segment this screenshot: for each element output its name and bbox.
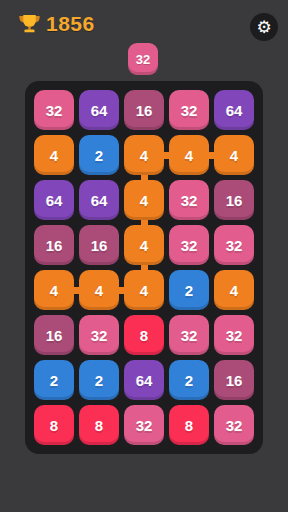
tile-r4c2[interactable]: 16 [79, 225, 119, 265]
tile-r4c5[interactable]: 32 [214, 225, 254, 265]
game-board[interactable]: 3264163264424446464432161616432324442416… [25, 81, 263, 454]
tile-r1c2[interactable]: 64 [79, 90, 119, 130]
tile-r6c2[interactable]: 32 [79, 315, 119, 355]
tile-r8c4[interactable]: 8 [169, 405, 209, 445]
tile-r2c4[interactable]: 4 [169, 135, 209, 175]
tile-r5c3[interactable]: 4 [124, 270, 164, 310]
next-tile-preview: 32 [128, 43, 158, 75]
tile-r5c5[interactable]: 4 [214, 270, 254, 310]
tile-r2c2[interactable]: 2 [79, 135, 119, 175]
tile-r2c3[interactable]: 4 [124, 135, 164, 175]
score-value: 1856 [46, 12, 95, 36]
tile-r3c2[interactable]: 64 [79, 180, 119, 220]
tile-r4c3[interactable]: 4 [124, 225, 164, 265]
tile-r7c3[interactable]: 64 [124, 360, 164, 400]
tile-r3c5[interactable]: 16 [214, 180, 254, 220]
tile-r7c4[interactable]: 2 [169, 360, 209, 400]
tile-r6c1[interactable]: 16 [34, 315, 74, 355]
tile-r3c4[interactable]: 32 [169, 180, 209, 220]
tile-r1c4[interactable]: 32 [169, 90, 209, 130]
tile-r3c3[interactable]: 4 [124, 180, 164, 220]
tile-r6c5[interactable]: 32 [214, 315, 254, 355]
tile-r7c1[interactable]: 2 [34, 360, 74, 400]
tile-r7c5[interactable]: 16 [214, 360, 254, 400]
tile-r8c5[interactable]: 32 [214, 405, 254, 445]
tile-r4c4[interactable]: 32 [169, 225, 209, 265]
trophy-icon [18, 13, 41, 36]
tile-r5c4[interactable]: 2 [169, 270, 209, 310]
settings-button[interactable]: ⚙ [250, 13, 278, 41]
board-grid[interactable]: 3264163264424446464432161616432324442416… [25, 81, 263, 454]
tile-r6c3[interactable]: 8 [124, 315, 164, 355]
tile-r8c1[interactable]: 8 [34, 405, 74, 445]
tile-r8c3[interactable]: 32 [124, 405, 164, 445]
tile-r1c1[interactable]: 32 [34, 90, 74, 130]
tile-r2c5[interactable]: 4 [214, 135, 254, 175]
top-bar: 1856 ⚙ [0, 0, 288, 42]
tile-r6c4[interactable]: 32 [169, 315, 209, 355]
game-screen: 1856 ⚙ 32 326416326442444646443216161643… [0, 0, 288, 512]
tile-r7c2[interactable]: 2 [79, 360, 119, 400]
tile-r2c1[interactable]: 4 [34, 135, 74, 175]
tile-r8c2[interactable]: 8 [79, 405, 119, 445]
tile-r5c1[interactable]: 4 [34, 270, 74, 310]
tile-r1c5[interactable]: 64 [214, 90, 254, 130]
tile-r4c1[interactable]: 16 [34, 225, 74, 265]
tile-r1c3[interactable]: 16 [124, 90, 164, 130]
score-display: 1856 [18, 12, 95, 36]
tile-r5c2[interactable]: 4 [79, 270, 119, 310]
tile-r3c1[interactable]: 64 [34, 180, 74, 220]
gear-icon: ⚙ [256, 19, 271, 36]
